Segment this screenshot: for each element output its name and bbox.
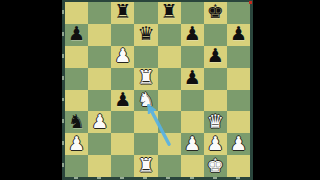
square-g7[interactable] bbox=[204, 24, 227, 46]
square-a8[interactable] bbox=[65, 2, 88, 24]
square-g3[interactable]: ♛ bbox=[204, 111, 227, 133]
square-h6[interactable] bbox=[227, 46, 250, 68]
letterbox-left bbox=[0, 0, 62, 180]
piece-black-rook[interactable]: ♜ bbox=[161, 2, 178, 21]
square-e8[interactable]: ♜ bbox=[158, 2, 181, 24]
square-f2[interactable]: ♟ bbox=[181, 133, 204, 155]
piece-white-rook[interactable]: ♜ bbox=[137, 156, 154, 175]
square-a4[interactable] bbox=[65, 90, 88, 112]
square-f8[interactable] bbox=[181, 2, 204, 24]
square-h7[interactable]: ♟ bbox=[227, 24, 250, 46]
piece-black-king[interactable]: ♚ bbox=[207, 2, 224, 21]
square-c2[interactable] bbox=[111, 133, 134, 155]
chess-board-frame: ♜♜♚♟♛♟♟♟♟♜♟♟♞♞♟♛♟♟♟♟♜♚ bbox=[62, 0, 253, 180]
square-b6[interactable] bbox=[88, 46, 111, 68]
square-h5[interactable] bbox=[227, 68, 250, 90]
square-b5[interactable] bbox=[88, 68, 111, 90]
piece-white-pawn[interactable]: ♟ bbox=[68, 134, 85, 153]
square-d6[interactable] bbox=[134, 46, 157, 68]
piece-black-pawn[interactable]: ♟ bbox=[230, 24, 247, 43]
square-a1[interactable] bbox=[65, 155, 88, 177]
square-b7[interactable] bbox=[88, 24, 111, 46]
square-e5[interactable] bbox=[158, 68, 181, 90]
square-a6[interactable] bbox=[65, 46, 88, 68]
square-c8[interactable]: ♜ bbox=[111, 2, 134, 24]
piece-black-pawn[interactable]: ♟ bbox=[114, 90, 131, 109]
square-d7[interactable]: ♛ bbox=[134, 24, 157, 46]
piece-white-king[interactable]: ♚ bbox=[207, 156, 224, 175]
chess-board[interactable]: ♜♜♚♟♛♟♟♟♟♜♟♟♞♞♟♛♟♟♟♟♜♚ bbox=[65, 2, 250, 177]
rank-tick-marks bbox=[62, 2, 64, 177]
piece-black-pawn[interactable]: ♟ bbox=[184, 24, 201, 43]
red-dot-artifact bbox=[249, 1, 252, 4]
square-e1[interactable] bbox=[158, 155, 181, 177]
letterbox-right bbox=[253, 0, 320, 180]
square-f3[interactable] bbox=[181, 111, 204, 133]
piece-black-queen[interactable]: ♛ bbox=[137, 24, 154, 43]
square-f5[interactable]: ♟ bbox=[181, 68, 204, 90]
square-d2[interactable] bbox=[134, 133, 157, 155]
square-g5[interactable] bbox=[204, 68, 227, 90]
piece-white-pawn[interactable]: ♟ bbox=[91, 112, 108, 131]
square-c4[interactable]: ♟ bbox=[111, 90, 134, 112]
square-h4[interactable] bbox=[227, 90, 250, 112]
piece-black-pawn[interactable]: ♟ bbox=[207, 46, 224, 65]
piece-black-pawn[interactable]: ♟ bbox=[68, 24, 85, 43]
piece-white-pawn[interactable]: ♟ bbox=[114, 46, 131, 65]
piece-white-pawn[interactable]: ♟ bbox=[207, 134, 224, 153]
square-d5[interactable]: ♜ bbox=[134, 68, 157, 90]
square-d4[interactable]: ♞ bbox=[134, 90, 157, 112]
piece-white-queen[interactable]: ♛ bbox=[207, 112, 224, 131]
square-c5[interactable] bbox=[111, 68, 134, 90]
square-a2[interactable]: ♟ bbox=[65, 133, 88, 155]
square-a3[interactable]: ♞ bbox=[65, 111, 88, 133]
square-g2[interactable]: ♟ bbox=[204, 133, 227, 155]
square-b2[interactable] bbox=[88, 133, 111, 155]
square-g4[interactable] bbox=[204, 90, 227, 112]
square-f1[interactable] bbox=[181, 155, 204, 177]
square-h8[interactable] bbox=[227, 2, 250, 24]
square-g6[interactable]: ♟ bbox=[204, 46, 227, 68]
square-f4[interactable] bbox=[181, 90, 204, 112]
square-g1[interactable]: ♚ bbox=[204, 155, 227, 177]
square-c3[interactable] bbox=[111, 111, 134, 133]
video-frame: ♜♜♚♟♛♟♟♟♟♜♟♟♞♞♟♛♟♟♟♟♜♚ bbox=[0, 0, 320, 180]
piece-white-pawn[interactable]: ♟ bbox=[184, 134, 201, 153]
square-d1[interactable]: ♜ bbox=[134, 155, 157, 177]
square-e3[interactable] bbox=[158, 111, 181, 133]
square-f7[interactable]: ♟ bbox=[181, 24, 204, 46]
square-f6[interactable] bbox=[181, 46, 204, 68]
square-c7[interactable] bbox=[111, 24, 134, 46]
file-tick-marks bbox=[65, 177, 250, 179]
piece-black-rook[interactable]: ♜ bbox=[114, 2, 131, 21]
square-g8[interactable]: ♚ bbox=[204, 2, 227, 24]
square-b1[interactable] bbox=[88, 155, 111, 177]
piece-white-rook[interactable]: ♜ bbox=[137, 68, 154, 87]
square-e7[interactable] bbox=[158, 24, 181, 46]
piece-white-knight[interactable]: ♞ bbox=[137, 90, 154, 109]
square-e2[interactable] bbox=[158, 133, 181, 155]
square-h2[interactable]: ♟ bbox=[227, 133, 250, 155]
square-h1[interactable] bbox=[227, 155, 250, 177]
square-e4[interactable] bbox=[158, 90, 181, 112]
square-b4[interactable] bbox=[88, 90, 111, 112]
square-b8[interactable] bbox=[88, 2, 111, 24]
square-e6[interactable] bbox=[158, 46, 181, 68]
square-a7[interactable]: ♟ bbox=[65, 24, 88, 46]
piece-black-knight[interactable]: ♞ bbox=[68, 112, 85, 131]
square-b3[interactable]: ♟ bbox=[88, 111, 111, 133]
square-d8[interactable] bbox=[134, 2, 157, 24]
square-a5[interactable] bbox=[65, 68, 88, 90]
piece-black-pawn[interactable]: ♟ bbox=[184, 68, 201, 87]
square-c1[interactable] bbox=[111, 155, 134, 177]
square-c6[interactable]: ♟ bbox=[111, 46, 134, 68]
piece-white-pawn[interactable]: ♟ bbox=[230, 134, 247, 153]
square-h3[interactable] bbox=[227, 111, 250, 133]
square-d3[interactable] bbox=[134, 111, 157, 133]
